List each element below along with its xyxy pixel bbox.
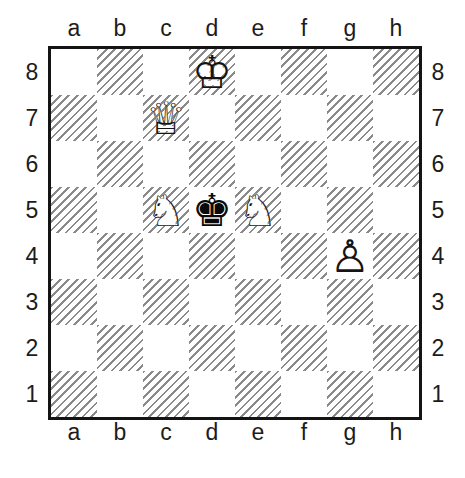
square-d1 <box>189 371 235 417</box>
file-label-top-a: a <box>51 16 97 40</box>
square-h1 <box>373 371 419 417</box>
square-e2 <box>235 325 281 371</box>
square-f6 <box>281 141 327 187</box>
rank-label-right-1: 1 <box>426 371 450 417</box>
square-h5 <box>373 187 419 233</box>
square-b8 <box>97 49 143 95</box>
square-c3 <box>143 279 189 325</box>
square-c4 <box>143 233 189 279</box>
file-label-bottom-a: a <box>51 420 97 444</box>
square-f8 <box>281 49 327 95</box>
king-white-outline-glyph: ♔ <box>189 49 235 95</box>
chess-diagram-page: abcdefgh 87654321 ♚♔♛♕♞♘♚♞♘♟♙ 87654321 a… <box>0 0 465 478</box>
square-c8 <box>143 49 189 95</box>
square-d4 <box>189 233 235 279</box>
file-label-top-e: e <box>235 16 281 40</box>
rank-labels-right: 87654321 <box>426 49 450 417</box>
square-b3 <box>97 279 143 325</box>
square-e1 <box>235 371 281 417</box>
square-b4 <box>97 233 143 279</box>
square-b5 <box>97 187 143 233</box>
square-d7 <box>189 95 235 141</box>
square-g2 <box>327 325 373 371</box>
rank-label-left-6: 6 <box>20 141 44 187</box>
square-b6 <box>97 141 143 187</box>
square-a3 <box>51 279 97 325</box>
square-g7 <box>327 95 373 141</box>
rank-label-left-3: 3 <box>20 279 44 325</box>
square-a1 <box>51 371 97 417</box>
square-d6 <box>189 141 235 187</box>
square-a6 <box>51 141 97 187</box>
rank-label-left-4: 4 <box>20 233 44 279</box>
square-a5 <box>51 187 97 233</box>
chessboard: ♚♔♛♕♞♘♚♞♘♟♙ <box>48 46 422 420</box>
file-label-top-f: f <box>281 16 327 40</box>
square-h2 <box>373 325 419 371</box>
square-g8 <box>327 49 373 95</box>
piece-white-knight: ♞♘ <box>235 187 281 233</box>
square-a8 <box>51 49 97 95</box>
file-label-bottom-g: g <box>327 420 373 444</box>
square-h4 <box>373 233 419 279</box>
square-e6 <box>235 141 281 187</box>
file-labels-top: abcdefgh <box>51 16 419 40</box>
piece-black-king: ♚ <box>189 187 235 233</box>
square-f5 <box>281 187 327 233</box>
square-h3 <box>373 279 419 325</box>
file-label-top-d: d <box>189 16 235 40</box>
square-g4: ♟♙ <box>327 233 373 279</box>
rank-label-right-3: 3 <box>426 279 450 325</box>
file-label-bottom-e: e <box>235 420 281 444</box>
rank-label-left-2: 2 <box>20 325 44 371</box>
square-e5: ♞♘ <box>235 187 281 233</box>
square-f7 <box>281 95 327 141</box>
square-e7 <box>235 95 281 141</box>
piece-white-knight: ♞♘ <box>143 187 189 233</box>
file-label-bottom-d: d <box>189 420 235 444</box>
square-c6 <box>143 141 189 187</box>
piece-white-queen: ♛♕ <box>143 95 189 141</box>
rank-label-left-7: 7 <box>20 95 44 141</box>
square-f2 <box>281 325 327 371</box>
square-e8 <box>235 49 281 95</box>
file-label-bottom-b: b <box>97 420 143 444</box>
rank-labels-left: 87654321 <box>20 49 44 417</box>
square-h6 <box>373 141 419 187</box>
rank-label-right-7: 7 <box>426 95 450 141</box>
square-a2 <box>51 325 97 371</box>
square-d2 <box>189 325 235 371</box>
square-c5: ♞♘ <box>143 187 189 233</box>
file-label-bottom-f: f <box>281 420 327 444</box>
king-black-glyph: ♚ <box>189 187 235 233</box>
square-e4 <box>235 233 281 279</box>
square-c1 <box>143 371 189 417</box>
file-label-bottom-h: h <box>373 420 419 444</box>
rank-label-right-5: 5 <box>426 187 450 233</box>
square-d8: ♚♔ <box>189 49 235 95</box>
rank-label-right-4: 4 <box>426 233 450 279</box>
rank-label-left-8: 8 <box>20 49 44 95</box>
pawn-white-outline-glyph: ♙ <box>327 233 373 279</box>
square-g1 <box>327 371 373 417</box>
file-label-top-h: h <box>373 16 419 40</box>
file-label-bottom-c: c <box>143 420 189 444</box>
square-b2 <box>97 325 143 371</box>
square-f3 <box>281 279 327 325</box>
piece-white-pawn: ♟♙ <box>327 233 373 279</box>
rank-label-left-5: 5 <box>20 187 44 233</box>
square-d3 <box>189 279 235 325</box>
knight-white-outline-glyph: ♘ <box>143 187 189 233</box>
file-labels-bottom: abcdefgh <box>51 420 419 444</box>
file-label-top-g: g <box>327 16 373 40</box>
knight-white-outline-glyph: ♘ <box>235 187 281 233</box>
square-g5 <box>327 187 373 233</box>
file-label-top-c: c <box>143 16 189 40</box>
square-c2 <box>143 325 189 371</box>
square-b1 <box>97 371 143 417</box>
rank-label-left-1: 1 <box>20 371 44 417</box>
square-e3 <box>235 279 281 325</box>
square-g6 <box>327 141 373 187</box>
square-c7: ♛♕ <box>143 95 189 141</box>
rank-label-right-6: 6 <box>426 141 450 187</box>
square-f4 <box>281 233 327 279</box>
square-h8 <box>373 49 419 95</box>
rank-label-right-8: 8 <box>426 49 450 95</box>
square-b7 <box>97 95 143 141</box>
square-d5: ♚ <box>189 187 235 233</box>
file-label-top-b: b <box>97 16 143 40</box>
square-h7 <box>373 95 419 141</box>
square-a4 <box>51 233 97 279</box>
piece-white-king: ♚♔ <box>189 49 235 95</box>
queen-white-outline-glyph: ♕ <box>143 95 189 141</box>
square-f1 <box>281 371 327 417</box>
square-a7 <box>51 95 97 141</box>
square-g3 <box>327 279 373 325</box>
rank-label-right-2: 2 <box>426 325 450 371</box>
